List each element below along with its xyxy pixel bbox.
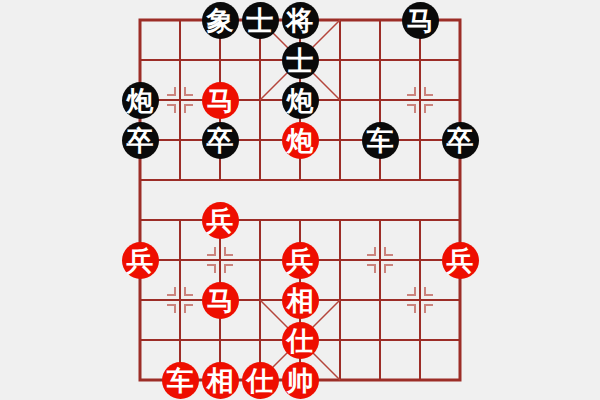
piece-red-pawn[interactable]: 兵 [202,202,239,239]
piece-black-general[interactable]: 将 [282,2,319,39]
piece-black-advisor[interactable]: 士 [282,42,319,79]
piece-red-pawn[interactable]: 兵 [442,242,479,279]
piece-black-pawn[interactable]: 卒 [202,122,239,159]
board-grid: 象士将马士炮炮卒卒车卒马炮兵兵兵兵马相仕车相仕帅 [120,0,480,400]
xiangqi-board: 象士将马士炮炮卒卒车卒马炮兵兵兵兵马相仕车相仕帅 [0,0,600,400]
piece-red-cannon[interactable]: 炮 [282,122,319,159]
piece-black-pawn[interactable]: 卒 [442,122,479,159]
piece-red-pawn[interactable]: 兵 [122,242,159,279]
piece-red-elephant[interactable]: 相 [282,282,319,319]
piece-black-pawn[interactable]: 卒 [122,122,159,159]
piece-black-advisor[interactable]: 士 [242,2,279,39]
piece-red-advisor[interactable]: 仕 [242,362,279,399]
piece-black-horse[interactable]: 马 [402,2,439,39]
piece-red-horse[interactable]: 马 [202,282,239,319]
piece-black-cannon[interactable]: 炮 [122,82,159,119]
piece-black-chariot[interactable]: 车 [362,122,399,159]
piece-red-chariot[interactable]: 车 [162,362,199,399]
piece-red-general[interactable]: 帅 [282,362,319,399]
piece-red-elephant[interactable]: 相 [202,362,239,399]
piece-black-cannon[interactable]: 炮 [282,82,319,119]
piece-red-pawn[interactable]: 兵 [282,242,319,279]
piece-black-elephant[interactable]: 象 [202,2,239,39]
piece-red-advisor[interactable]: 仕 [282,322,319,359]
piece-red-horse[interactable]: 马 [202,82,239,119]
